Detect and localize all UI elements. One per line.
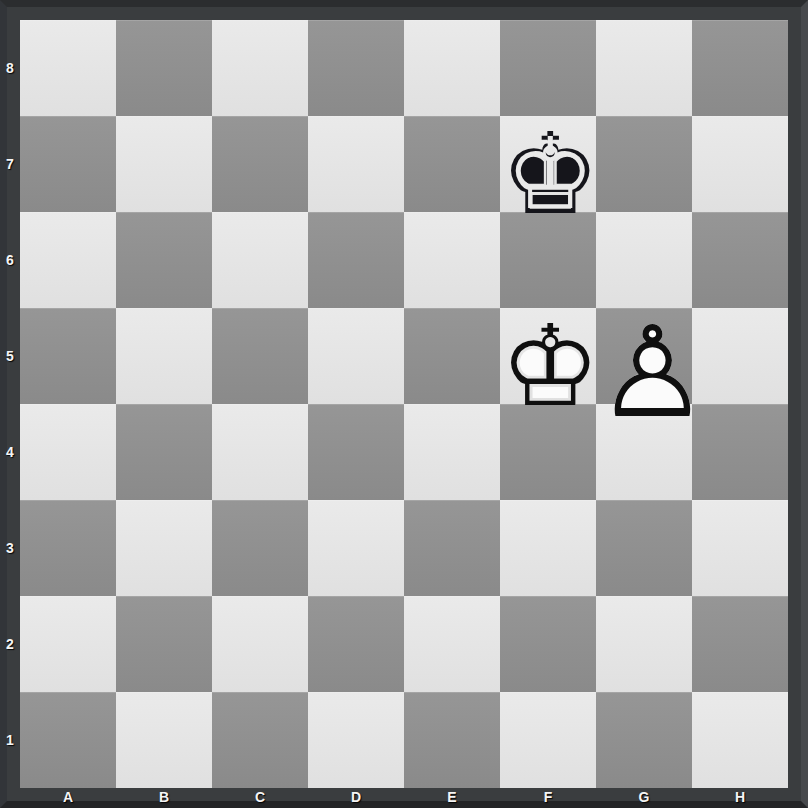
square-c6[interactable] [212, 212, 308, 308]
square-d8[interactable] [308, 20, 404, 116]
square-c3[interactable] [212, 500, 308, 596]
square-c1[interactable] [212, 692, 308, 788]
square-g6[interactable] [596, 212, 692, 308]
rank-label-1: 1 [0, 692, 20, 788]
square-b7[interactable] [116, 116, 212, 212]
square-f7[interactable]: ♚♔ [500, 116, 596, 212]
square-g3[interactable] [596, 500, 692, 596]
square-a5[interactable] [20, 308, 116, 404]
square-b1[interactable] [116, 692, 212, 788]
square-h3[interactable] [692, 500, 788, 596]
file-label-c: C [212, 787, 308, 807]
square-g5[interactable]: ♟♙ [596, 308, 692, 404]
square-h8[interactable] [692, 20, 788, 116]
square-h1[interactable] [692, 692, 788, 788]
square-g8[interactable] [596, 20, 692, 116]
white-pawn-glyph-outline: ♙ [596, 310, 709, 436]
file-label-a: A [20, 787, 116, 807]
file-label-b: B [116, 787, 212, 807]
rank-label-6: 6 [0, 212, 20, 308]
square-g7[interactable] [596, 116, 692, 212]
square-b5[interactable] [116, 308, 212, 404]
file-label-f: F [500, 787, 596, 807]
square-f5[interactable]: ♚♔ [500, 308, 596, 404]
file-label-e: E [404, 787, 500, 807]
square-d3[interactable] [308, 500, 404, 596]
square-h6[interactable] [692, 212, 788, 308]
square-e2[interactable] [404, 596, 500, 692]
square-d1[interactable] [308, 692, 404, 788]
square-c4[interactable] [212, 404, 308, 500]
square-c5[interactable] [212, 308, 308, 404]
square-f2[interactable] [500, 596, 596, 692]
rank-label-4: 4 [0, 404, 20, 500]
square-a8[interactable] [20, 20, 116, 116]
square-c7[interactable] [212, 116, 308, 212]
black-king-glyph-outline: ♔ [506, 125, 594, 224]
square-d5[interactable] [308, 308, 404, 404]
white-king[interactable]: ♚♔ [500, 308, 596, 404]
rank-label-5: 5 [0, 308, 20, 404]
square-e3[interactable] [404, 500, 500, 596]
rank-label-2: 2 [0, 596, 20, 692]
square-d7[interactable] [308, 116, 404, 212]
rank-label-8: 8 [0, 20, 20, 116]
square-g1[interactable] [596, 692, 692, 788]
square-a3[interactable] [20, 500, 116, 596]
square-d4[interactable] [308, 404, 404, 500]
rank-label-3: 3 [0, 500, 20, 596]
square-e6[interactable] [404, 212, 500, 308]
square-b2[interactable] [116, 596, 212, 692]
square-e1[interactable] [404, 692, 500, 788]
square-e4[interactable] [404, 404, 500, 500]
square-f1[interactable] [500, 692, 596, 788]
square-f3[interactable] [500, 500, 596, 596]
white-king-glyph-outline: ♔ [500, 310, 600, 422]
square-a2[interactable] [20, 596, 116, 692]
square-h7[interactable] [692, 116, 788, 212]
square-g2[interactable] [596, 596, 692, 692]
square-b4[interactable] [116, 404, 212, 500]
square-e5[interactable] [404, 308, 500, 404]
square-f8[interactable] [500, 20, 596, 116]
square-b8[interactable] [116, 20, 212, 116]
square-c2[interactable] [212, 596, 308, 692]
square-d2[interactable] [308, 596, 404, 692]
square-b3[interactable] [116, 500, 212, 596]
square-a6[interactable] [20, 212, 116, 308]
chessboard-frame: ♚♔♚♔♟♙ 87654321ABCDEFGH [0, 0, 808, 808]
square-c8[interactable] [212, 20, 308, 116]
square-e8[interactable] [404, 20, 500, 116]
white-pawn[interactable]: ♟♙ [596, 308, 692, 404]
rank-label-7: 7 [0, 116, 20, 212]
square-a1[interactable] [20, 692, 116, 788]
board: ♚♔♚♔♟♙ [20, 20, 788, 788]
square-a4[interactable] [20, 404, 116, 500]
square-b6[interactable] [116, 212, 212, 308]
square-d6[interactable] [308, 212, 404, 308]
square-h2[interactable] [692, 596, 788, 692]
file-label-g: G [596, 787, 692, 807]
square-e7[interactable] [404, 116, 500, 212]
black-king[interactable]: ♚♔ [500, 116, 596, 212]
square-a7[interactable] [20, 116, 116, 212]
file-label-h: H [692, 787, 788, 807]
file-label-d: D [308, 787, 404, 807]
